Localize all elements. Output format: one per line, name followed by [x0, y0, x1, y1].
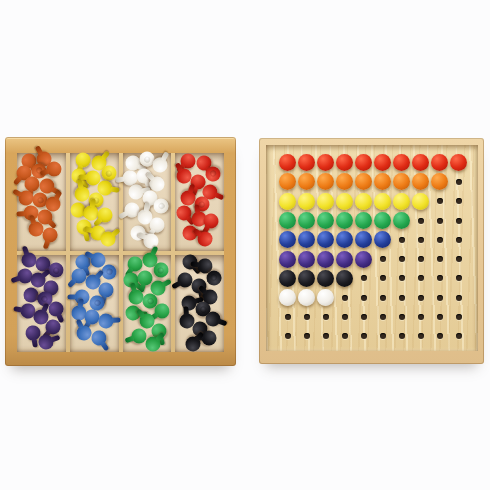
peg-ball-green[interactable]	[279, 212, 296, 229]
board-cell-r10c5[interactable]	[354, 327, 373, 346]
peg-ball-white[interactable]	[279, 289, 296, 306]
board-cell-r2c3[interactable]	[316, 172, 335, 191]
board-cell-r8c5[interactable]	[354, 288, 373, 307]
board-cell-r7c3[interactable]	[316, 269, 335, 288]
board-cell-r4c1[interactable]	[278, 211, 297, 230]
hole	[342, 295, 348, 301]
hole	[323, 314, 329, 320]
board-cell-r2c6[interactable]	[373, 172, 392, 191]
tray-compartment-yellow[interactable]	[70, 153, 119, 251]
board-cell-r4c8[interactable]	[411, 211, 430, 230]
board-cell-r9c1[interactable]	[278, 307, 297, 326]
peg-ball-orange[interactable]	[336, 173, 353, 190]
tray-compartment-orange[interactable]	[17, 153, 66, 251]
peg-ball-yellow[interactable]	[298, 193, 315, 210]
board-cell-r6c3[interactable]	[316, 249, 335, 268]
board-cell-r6c4[interactable]	[335, 249, 354, 268]
board-cell-r6c7[interactable]	[392, 249, 411, 268]
board-cell-r3c9[interactable]	[430, 192, 449, 211]
board-cell-r5c5[interactable]	[354, 230, 373, 249]
peg-ball-purple[interactable]	[298, 251, 315, 268]
peg-ball-green[interactable]	[336, 212, 353, 229]
peg-ball-orange[interactable]	[279, 173, 296, 190]
peg-stem	[214, 192, 224, 201]
peg-storage-tray	[5, 137, 236, 366]
board-cell-r3c10[interactable]	[449, 192, 468, 211]
hole	[456, 314, 462, 320]
board-cell-r2c5[interactable]	[354, 172, 373, 191]
peg-stem	[95, 269, 105, 279]
peg-ball-yellow[interactable]	[393, 193, 410, 210]
peg-stem	[171, 280, 182, 289]
board-cell-r1c10[interactable]	[449, 153, 468, 172]
board-cell-r7c4[interactable]	[335, 269, 354, 288]
board-cell-r6c10[interactable]	[449, 249, 468, 268]
board-cell-r7c5[interactable]	[354, 269, 373, 288]
board-cell-r8c3[interactable]	[316, 288, 335, 307]
hole	[361, 314, 367, 320]
board-cell-r4c6[interactable]	[373, 211, 392, 230]
peg-ball-red[interactable]	[355, 154, 372, 171]
peg-stem	[125, 336, 135, 344]
board-cell-r4c4[interactable]	[335, 211, 354, 230]
peg-ball-yellow[interactable]	[279, 193, 296, 210]
board-cell-r6c9[interactable]	[430, 249, 449, 268]
peg-ball-yellow[interactable]	[355, 193, 372, 210]
board-cell-r9c3[interactable]	[316, 307, 335, 326]
peg-stem	[111, 317, 120, 323]
product-photo-scene	[0, 0, 490, 490]
board-cell-r10c2[interactable]	[297, 327, 316, 346]
hole	[399, 295, 405, 301]
pegboard-panel	[266, 145, 478, 351]
tray-compartment-blue[interactable]	[70, 255, 119, 353]
hole	[380, 333, 386, 339]
peg-ball-red[interactable]	[298, 154, 315, 171]
hole	[437, 256, 443, 262]
board-cell-r5c6[interactable]	[373, 230, 392, 249]
hole	[437, 333, 443, 339]
peg-ball-blue[interactable]	[298, 231, 315, 248]
board-cell-r6c1[interactable]	[278, 249, 297, 268]
peg-stem	[218, 318, 228, 326]
hole	[456, 179, 462, 185]
peg-ball-red[interactable]	[336, 154, 353, 171]
board-cell-r10c8[interactable]	[411, 327, 430, 346]
peg-stem	[43, 239, 51, 249]
hole	[323, 333, 329, 339]
peg-ball-black[interactable]	[298, 270, 315, 287]
board-cell-r8c1[interactable]	[278, 288, 297, 307]
board-cell-r5c7[interactable]	[392, 230, 411, 249]
board-cell-r2c7[interactable]	[392, 172, 411, 191]
board-cell-r10c7[interactable]	[392, 327, 411, 346]
board-cell-r1c4[interactable]	[335, 153, 354, 172]
board-cell-r1c1[interactable]	[278, 153, 297, 172]
peg-stem	[160, 151, 169, 162]
hole	[437, 314, 443, 320]
hole	[418, 275, 424, 281]
board-cell-r7c2[interactable]	[297, 269, 316, 288]
hole	[304, 314, 310, 320]
board-cell-r7c8[interactable]	[411, 269, 430, 288]
board-cell-r2c1[interactable]	[278, 172, 297, 191]
hole	[380, 314, 386, 320]
board-cell-r9c6[interactable]	[373, 307, 392, 326]
hole	[418, 256, 424, 262]
board-cell-r4c3[interactable]	[316, 211, 335, 230]
peg-ball-green[interactable]	[374, 212, 391, 229]
tray-grid	[17, 153, 224, 352]
hole	[418, 295, 424, 301]
hole	[456, 256, 462, 262]
board-cell-r10c9[interactable]	[430, 327, 449, 346]
board-cell-r9c2[interactable]	[297, 307, 316, 326]
hole	[456, 218, 462, 224]
peg-ball-black[interactable]	[279, 270, 296, 287]
board-cell-r8c7[interactable]	[392, 288, 411, 307]
board-cell-r8c10[interactable]	[449, 288, 468, 307]
peg-ball-orange[interactable]	[412, 173, 429, 190]
board-cell-r9c9[interactable]	[430, 307, 449, 326]
tray-compartment-purple[interactable]	[17, 255, 66, 353]
peg-stem	[41, 303, 50, 313]
peg-ball-orange[interactable]	[374, 173, 391, 190]
board-cell-r6c6[interactable]	[373, 249, 392, 268]
peg-stem	[110, 227, 120, 237]
peg-stem	[66, 278, 76, 288]
hole	[399, 333, 405, 339]
hole	[437, 275, 443, 281]
board-cell-r3c8[interactable]	[411, 192, 430, 211]
board-cell-r9c8[interactable]	[411, 307, 430, 326]
board-cell-r5c8[interactable]	[411, 230, 430, 249]
board-cell-r5c1[interactable]	[278, 230, 297, 249]
board-cell-r5c2[interactable]	[297, 230, 316, 249]
board-cell-r3c7[interactable]	[392, 192, 411, 211]
board-cell-r1c3[interactable]	[316, 153, 335, 172]
board-cell-r3c6[interactable]	[373, 192, 392, 211]
hole	[418, 218, 424, 224]
hole	[380, 295, 386, 301]
board-cell-r10c10[interactable]	[449, 327, 468, 346]
tray-compartment-red[interactable]	[175, 153, 224, 251]
hole	[380, 256, 386, 262]
peg-ball-red[interactable]	[374, 154, 391, 171]
hole	[456, 198, 462, 204]
hole	[399, 237, 405, 243]
board-cell-r8c6[interactable]	[373, 288, 392, 307]
board-cell-r7c6[interactable]	[373, 269, 392, 288]
board-cell-r4c2[interactable]	[297, 211, 316, 230]
board-cell-r1c9[interactable]	[430, 153, 449, 172]
peg-ball-orange[interactable]	[298, 173, 315, 190]
board-cell-r1c7[interactable]	[392, 153, 411, 172]
peg-stem	[100, 341, 110, 352]
tray-compartment-green[interactable]	[123, 255, 172, 353]
peg-stem	[187, 183, 195, 193]
board-cell-r10c6[interactable]	[373, 327, 392, 346]
peg-stem	[13, 306, 23, 313]
board-cell-r10c4[interactable]	[335, 327, 354, 346]
peg-ball-blue[interactable]	[336, 231, 353, 248]
board-cell-r7c10[interactable]	[449, 269, 468, 288]
hole	[437, 295, 443, 301]
peg-ball-black[interactable]	[317, 270, 334, 287]
board-cell-r4c7[interactable]	[392, 211, 411, 230]
peg-ball-blue[interactable]	[355, 231, 372, 248]
board-cell-r6c8[interactable]	[411, 249, 430, 268]
peg-stem	[53, 190, 62, 201]
hole	[437, 237, 443, 243]
peg-blue[interactable]	[98, 312, 123, 329]
board-cell-r5c4[interactable]	[335, 230, 354, 249]
peg-ball-blue[interactable]	[317, 231, 334, 248]
peg-ball-blue[interactable]	[374, 231, 391, 248]
tray-compartment-black[interactable]	[175, 255, 224, 353]
hole	[361, 275, 367, 281]
peg-ball-orange[interactable]	[431, 173, 448, 190]
board-cell-r2c9[interactable]	[430, 172, 449, 191]
peg-ball-orange[interactable]	[317, 173, 334, 190]
peg-ball-red[interactable]	[431, 154, 448, 171]
board-cell-r8c8[interactable]	[411, 288, 430, 307]
peg-stem	[137, 231, 148, 240]
peg-ball-yellow[interactable]	[374, 193, 391, 210]
board-cell-r2c4[interactable]	[335, 172, 354, 191]
hole	[418, 237, 424, 243]
board-cell-r10c1[interactable]	[278, 327, 297, 346]
board-cell-r2c2[interactable]	[297, 172, 316, 191]
hole	[285, 314, 291, 320]
hole	[437, 218, 443, 224]
board-cell-r3c3[interactable]	[316, 192, 335, 211]
peg-ball-red[interactable]	[393, 154, 410, 171]
board-cell-r2c10[interactable]	[449, 172, 468, 191]
board-cell-r5c10[interactable]	[449, 230, 468, 249]
hole	[456, 237, 462, 243]
peg-stem	[190, 261, 200, 268]
board-cell-r9c7[interactable]	[392, 307, 411, 326]
hole	[361, 295, 367, 301]
board-cell-r4c10[interactable]	[449, 211, 468, 230]
peg-ball-red[interactable]	[450, 154, 467, 171]
board-cell-r10c3[interactable]	[316, 327, 335, 346]
hole	[361, 333, 367, 339]
board-cell-r9c10[interactable]	[449, 307, 468, 326]
peg-ball-black[interactable]	[336, 270, 353, 287]
peg-ball-red[interactable]	[412, 154, 429, 171]
board-cell-r8c9[interactable]	[430, 288, 449, 307]
peg-ball-yellow[interactable]	[317, 193, 334, 210]
board-cell-r1c5[interactable]	[354, 153, 373, 172]
peg-ball-orange[interactable]	[393, 173, 410, 190]
peg-stem	[100, 150, 110, 160]
board-cell-r6c5[interactable]	[354, 249, 373, 268]
hole	[418, 333, 424, 339]
peg-ball-red[interactable]	[317, 154, 334, 171]
board-cell-r1c8[interactable]	[411, 153, 430, 172]
peg-stem	[183, 306, 189, 315]
pegboard	[259, 138, 484, 364]
peg-ball-green[interactable]	[317, 212, 334, 229]
hole	[456, 275, 462, 281]
peg-ball-green[interactable]	[355, 212, 372, 229]
board-cell-r3c1[interactable]	[278, 192, 297, 211]
board-cell-r4c5[interactable]	[354, 211, 373, 230]
tray-compartment-white[interactable]	[123, 153, 172, 251]
pegboard-grid	[278, 153, 468, 346]
board-cell-r8c4[interactable]	[335, 288, 354, 307]
peg-ball-purple[interactable]	[336, 251, 353, 268]
peg-blue[interactable]	[89, 328, 115, 356]
board-cell-r7c7[interactable]	[392, 269, 411, 288]
hole	[456, 333, 462, 339]
board-cell-r7c9[interactable]	[430, 269, 449, 288]
board-cell-r3c5[interactable]	[354, 192, 373, 211]
hole	[399, 314, 405, 320]
hole	[399, 256, 405, 262]
peg-ball-purple[interactable]	[279, 251, 296, 268]
peg-ball-purple[interactable]	[355, 251, 372, 268]
board-cell-r9c5[interactable]	[354, 307, 373, 326]
peg-stem	[41, 268, 51, 278]
peg-ball-red[interactable]	[279, 154, 296, 171]
board-cell-r6c2[interactable]	[297, 249, 316, 268]
peg-ball-white[interactable]	[298, 289, 315, 306]
board-cell-r4c9[interactable]	[430, 211, 449, 230]
board-cell-r5c9[interactable]	[430, 230, 449, 249]
board-cell-r1c6[interactable]	[373, 153, 392, 172]
hole	[304, 333, 310, 339]
peg-ball-yellow[interactable]	[412, 193, 429, 210]
board-cell-r3c2[interactable]	[297, 192, 316, 211]
board-cell-r3c4[interactable]	[335, 192, 354, 211]
board-cell-r5c3[interactable]	[316, 230, 335, 249]
board-cell-r8c2[interactable]	[297, 288, 316, 307]
peg-stem	[50, 335, 60, 343]
peg-stem	[10, 275, 20, 283]
hole	[380, 275, 386, 281]
peg-ball-green[interactable]	[393, 212, 410, 229]
peg-ball-purple[interactable]	[317, 251, 334, 268]
board-cell-r7c1[interactable]	[278, 269, 297, 288]
hole	[418, 314, 424, 320]
hole	[342, 314, 348, 320]
peg-ball-white[interactable]	[317, 289, 334, 306]
peg-ball-blue[interactable]	[279, 231, 296, 248]
board-cell-r2c8[interactable]	[411, 172, 430, 191]
tray-well	[17, 153, 224, 352]
hole	[342, 333, 348, 339]
peg-ball-yellow[interactable]	[336, 193, 353, 210]
hole	[437, 198, 443, 204]
hole	[285, 333, 291, 339]
peg-ball-green[interactable]	[298, 212, 315, 229]
hole	[456, 295, 462, 301]
board-cell-r9c4[interactable]	[335, 307, 354, 326]
hole	[399, 275, 405, 281]
peg-ball-orange[interactable]	[355, 173, 372, 190]
board-cell-r1c2[interactable]	[297, 153, 316, 172]
